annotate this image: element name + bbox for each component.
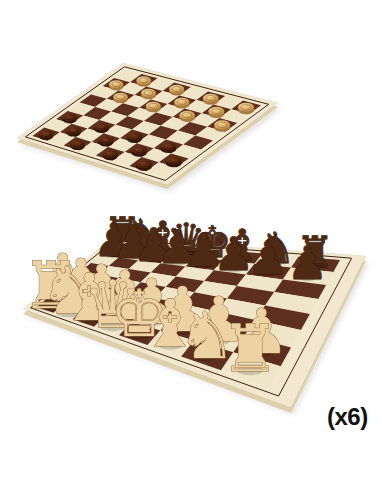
checkers-piece-light: [174, 98, 189, 107]
chess-piece-black-pawn: ♟: [247, 231, 288, 285]
checkers-piece-dark: [160, 142, 176, 151]
checkers-piece-dark: [94, 123, 109, 131]
chess-piece-white-rook: ♜: [221, 311, 279, 386]
checkers-piece-light: [109, 80, 123, 88]
checkers-piece-light: [238, 103, 254, 112]
checkers-piece-dark: [127, 132, 142, 140]
checkers-piece-dark: [98, 136, 113, 144]
checkers-piece-light: [214, 120, 230, 129]
chess-piece-black-pawn: ♟: [287, 236, 328, 290]
checkers-piece-dark: [39, 130, 53, 138]
checkers-piece-light: [141, 89, 156, 97]
checkers-piece-dark: [66, 126, 81, 134]
product-photo: ♜♞♝♛♚♝♞♜♟♟♟♟♟♟♟♟♟♟♟♟♟♟♟♟♜♞♝♛♚♝♞♜ (x6): [0, 0, 381, 492]
checkers-piece-dark: [62, 113, 76, 121]
checkers-piece-dark: [131, 146, 147, 155]
checkers-piece-light: [208, 107, 224, 116]
checkers-piece-dark: [70, 140, 85, 148]
checkers-piece-dark: [103, 150, 118, 158]
boards-render: ♜♞♝♛♚♝♞♜♟♟♟♟♟♟♟♟♟♟♟♟♟♟♟♟♜♞♝♛♚♝♞♜: [0, 0, 381, 492]
checkers-piece-dark: [136, 160, 152, 169]
pack-quantity-label: (x6): [327, 403, 368, 431]
checkers-piece-light: [113, 93, 128, 101]
checkers-piece-light: [203, 94, 219, 103]
checkers-piece-dark: [166, 156, 182, 165]
checkers-piece-light: [179, 111, 195, 120]
checkers-piece-light: [146, 102, 161, 110]
checkers-piece-light: [169, 85, 184, 93]
checkers-piece-light: [136, 76, 151, 84]
